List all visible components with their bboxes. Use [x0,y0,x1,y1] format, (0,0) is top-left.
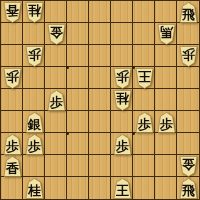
svg-text:王: 王 [138,69,152,84]
board-cell[interactable] [67,23,89,45]
piece-gote-p[interactable]: 歩 [179,46,198,67]
board-cell[interactable] [67,67,89,89]
svg-text:歩: 歩 [27,139,41,154]
piece-sente-P[interactable]: 歩 [113,134,132,155]
piece-gote-k[interactable]: 王 [135,68,154,89]
board-cell[interactable] [1,23,23,45]
star-point [66,66,69,69]
svg-text:歩: 歩 [49,95,63,110]
piece-sente-P[interactable]: 歩 [135,112,154,133]
board-cell[interactable] [1,89,23,111]
board-cell[interactable] [133,155,155,177]
board-cell[interactable] [89,23,111,45]
svg-text:桂: 桂 [116,91,130,106]
shogi-board: 香桂飛金馬歩歩歩歩王歩桂銀歩歩歩歩歩香金桂王飛 [0,0,200,200]
piece-gote-g[interactable]: 金 [179,156,198,177]
board-cell[interactable] [133,177,155,199]
board-cell[interactable] [67,111,89,133]
board-cell[interactable] [89,1,111,23]
board-cell[interactable] [133,45,155,67]
board-cell[interactable] [23,23,45,45]
star-point [66,132,69,135]
piece-sente-N[interactable]: 桂 [25,178,44,199]
board-cell[interactable] [89,89,111,111]
board-cell[interactable] [133,1,155,23]
svg-text:金: 金 [181,157,196,172]
board-cell[interactable] [177,89,199,111]
piece-gote-l[interactable]: 香 [3,2,22,23]
svg-text:歩: 歩 [159,117,173,132]
board-cell[interactable] [67,177,89,199]
svg-text:桂: 桂 [28,3,42,18]
board-cell[interactable] [155,133,177,155]
svg-text:歩: 歩 [116,69,130,84]
board-cell[interactable] [1,111,23,133]
board-cell[interactable] [45,1,67,23]
piece-sente-P[interactable]: 歩 [3,134,22,155]
svg-text:銀: 銀 [27,117,42,132]
board-cell[interactable] [67,133,89,155]
svg-text:歩: 歩 [137,117,151,132]
piece-sente-L[interactable]: 香 [3,156,22,177]
piece-gote-p[interactable]: 歩 [3,68,22,89]
board-cell[interactable] [89,133,111,155]
board-cell[interactable] [177,133,199,155]
board-cell[interactable] [111,155,133,177]
board-cell[interactable] [67,1,89,23]
board-cell[interactable] [177,67,199,89]
board-cell[interactable] [67,155,89,177]
board-cell[interactable] [133,23,155,45]
piece-gote-n[interactable]: 桂 [25,2,44,23]
board-cell[interactable] [89,111,111,133]
svg-text:王: 王 [115,183,129,198]
board-cell[interactable] [67,45,89,67]
svg-text:香: 香 [5,161,20,176]
board-cell[interactable] [133,89,155,111]
svg-text:歩: 歩 [182,47,196,62]
svg-text:歩: 歩 [28,47,42,62]
board-cell[interactable] [45,133,67,155]
piece-sente-R[interactable]: 飛 [179,2,198,23]
board-cell[interactable] [45,67,67,89]
piece-sente-P[interactable]: 歩 [157,112,176,133]
piece-gote-p[interactable]: 歩 [113,68,132,89]
board-cell[interactable] [89,45,111,67]
board-cell[interactable] [155,89,177,111]
piece-gote-g[interactable]: 金 [47,24,66,45]
board-cell[interactable] [111,111,133,133]
board-cell[interactable] [111,23,133,45]
board-cell[interactable] [45,155,67,177]
board-cell[interactable] [111,45,133,67]
svg-text:馬: 馬 [160,25,174,40]
svg-text:金: 金 [49,25,64,40]
board-cell[interactable] [177,111,199,133]
board-cell[interactable] [89,177,111,199]
piece-gote-pb[interactable]: 馬 [157,24,176,45]
piece-gote-p[interactable]: 歩 [25,46,44,67]
svg-text:香: 香 [5,3,20,18]
board-cell[interactable] [23,155,45,177]
svg-text:桂: 桂 [27,183,41,198]
board-cell[interactable] [155,45,177,67]
board-cell[interactable] [155,67,177,89]
svg-text:飛: 飛 [181,7,195,22]
board-cell[interactable] [155,177,177,199]
board-cell[interactable] [45,111,67,133]
board-cell[interactable] [155,155,177,177]
board-cell[interactable] [111,1,133,23]
svg-text:歩: 歩 [5,139,19,154]
piece-sente-R[interactable]: 飛 [179,178,198,199]
board-cell[interactable] [45,45,67,67]
board-cell[interactable] [89,67,111,89]
board-cell[interactable] [89,155,111,177]
svg-text:飛: 飛 [181,183,195,198]
board-cell[interactable] [155,1,177,23]
piece-gote-n[interactable]: 桂 [113,90,132,111]
board-cell[interactable] [1,45,23,67]
piece-sente-S[interactable]: 銀 [25,112,44,133]
board-cell[interactable] [67,89,89,111]
piece-sente-P[interactable]: 歩 [25,134,44,155]
board-cell[interactable] [23,67,45,89]
board-cell[interactable] [23,89,45,111]
board-cell[interactable] [177,23,199,45]
piece-sente-P[interactable]: 歩 [47,90,66,111]
svg-text:歩: 歩 [6,69,20,84]
board-cell[interactable] [133,133,155,155]
board-cell[interactable] [45,177,67,199]
piece-sente-K[interactable]: 王 [113,178,132,199]
board-cell[interactable] [1,177,23,199]
svg-text:歩: 歩 [115,139,129,154]
